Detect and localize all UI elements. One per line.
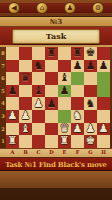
piece-wp-h2[interactable]: ♟ bbox=[99, 123, 109, 135]
file-label-g: G bbox=[84, 149, 97, 157]
square-f5[interactable] bbox=[71, 85, 84, 98]
piece-wb-b2[interactable]: ♝ bbox=[21, 123, 31, 135]
square-d7[interactable] bbox=[45, 60, 58, 73]
home-icon: ⌂ bbox=[40, 5, 44, 12]
square-c4[interactable]: ♟ bbox=[32, 97, 45, 110]
piece-bb-e6[interactable]: ♝ bbox=[60, 72, 70, 84]
task-banner-row: Task bbox=[0, 27, 112, 47]
piece-bp-e5[interactable]: ♟ bbox=[60, 85, 70, 97]
file-label-a: A bbox=[6, 149, 19, 157]
square-d8[interactable]: ♜ bbox=[45, 47, 58, 60]
trophy-icon: ♟ bbox=[67, 5, 73, 12]
task-number: №3 bbox=[0, 17, 112, 27]
piece-bb-c5[interactable]: ♝ bbox=[34, 85, 44, 97]
square-h4[interactable] bbox=[97, 97, 110, 110]
piece-bp-g7[interactable]: ♟ bbox=[86, 60, 96, 72]
file-label-c: C bbox=[32, 149, 45, 157]
square-h5[interactable] bbox=[97, 85, 110, 98]
square-a6[interactable] bbox=[6, 72, 19, 85]
square-g5[interactable] bbox=[84, 85, 97, 98]
square-b3[interactable]: ♟ bbox=[19, 110, 32, 123]
piece-br-f8[interactable]: ♜ bbox=[73, 47, 83, 59]
piece-wk-g1[interactable]: ♚ bbox=[86, 135, 96, 147]
chess-board-area: 87654321 ♜♜♚♞♟♟♟♛♝♟♝♟♟♟♞♟♟♞♝♛♟♟♟♜♜♚ bbox=[0, 47, 112, 148]
square-b4[interactable] bbox=[19, 97, 32, 110]
piece-bn-g4[interactable]: ♞ bbox=[86, 98, 96, 110]
piece-wp-b3[interactable]: ♟ bbox=[21, 110, 31, 122]
task-number-label: №3 bbox=[50, 17, 62, 26]
file-label-e: E bbox=[58, 149, 71, 157]
square-h1[interactable] bbox=[97, 135, 110, 148]
file-label-b: B bbox=[19, 149, 32, 157]
square-g1[interactable]: ♚ bbox=[84, 135, 97, 148]
square-h3[interactable] bbox=[97, 110, 110, 123]
status-bar: Task №1 Find Black's move bbox=[0, 158, 112, 171]
piece-wp-a3[interactable]: ♟ bbox=[8, 110, 18, 122]
square-c5[interactable]: ♝ bbox=[32, 85, 45, 98]
square-d4[interactable]: ♟ bbox=[45, 97, 58, 110]
square-d2[interactable] bbox=[45, 123, 58, 136]
square-f8[interactable]: ♜ bbox=[71, 47, 84, 60]
file-labels-row: ABCDEFGH bbox=[0, 148, 112, 158]
square-e1[interactable]: ♜ bbox=[58, 135, 71, 148]
square-e2[interactable]: ♛ bbox=[58, 123, 71, 136]
gear-icon: ⚙ bbox=[95, 5, 101, 12]
square-f3[interactable]: ♞ bbox=[71, 110, 84, 123]
square-a3[interactable]: ♟ bbox=[6, 110, 19, 123]
square-a5[interactable]: ♟ bbox=[6, 85, 19, 98]
square-e3[interactable] bbox=[58, 110, 71, 123]
square-h7[interactable]: ♟ bbox=[97, 60, 110, 73]
top-toolbar: ◀ ⌂ ♟ ⚙ bbox=[0, 0, 112, 17]
square-g8[interactable]: ♚ bbox=[84, 47, 97, 60]
square-h8[interactable] bbox=[97, 47, 110, 60]
piece-wp-f2[interactable]: ♟ bbox=[73, 123, 83, 135]
piece-bp-h7[interactable]: ♟ bbox=[99, 60, 109, 72]
square-c8[interactable] bbox=[32, 47, 45, 60]
piece-wr-a1[interactable]: ♜ bbox=[8, 135, 18, 147]
square-g4[interactable]: ♞ bbox=[84, 97, 97, 110]
square-e5[interactable]: ♟ bbox=[58, 85, 71, 98]
piece-wr-e1[interactable]: ♜ bbox=[60, 135, 70, 147]
square-d6[interactable] bbox=[45, 72, 58, 85]
task-banner-label: Task bbox=[46, 31, 66, 41]
back-icon: ◀ bbox=[11, 5, 16, 12]
file-labels: ABCDEFGH bbox=[6, 149, 110, 157]
back-button[interactable]: ◀ bbox=[8, 2, 20, 14]
file-label-d: D bbox=[45, 149, 58, 157]
square-g2[interactable]: ♟ bbox=[84, 123, 97, 136]
square-d3[interactable] bbox=[45, 110, 58, 123]
square-g3[interactable] bbox=[84, 110, 97, 123]
piece-bp-f7[interactable]: ♟ bbox=[73, 60, 83, 72]
square-f1[interactable] bbox=[71, 135, 84, 148]
square-b1[interactable] bbox=[19, 135, 32, 148]
square-a4[interactable] bbox=[6, 97, 19, 110]
square-c1[interactable] bbox=[32, 135, 45, 148]
square-f7[interactable]: ♟ bbox=[71, 60, 84, 73]
square-c6[interactable] bbox=[32, 72, 45, 85]
board-right-margin bbox=[110, 47, 112, 148]
square-a1[interactable]: ♜ bbox=[6, 135, 19, 148]
status-text: Task №1 Find Black's move bbox=[5, 160, 107, 169]
piece-bk-g8[interactable]: ♚ bbox=[86, 47, 96, 59]
home-button[interactable]: ⌂ bbox=[36, 2, 48, 14]
square-c7[interactable]: ♞ bbox=[32, 60, 45, 73]
footer-panel bbox=[0, 171, 112, 200]
square-h6[interactable] bbox=[97, 72, 110, 85]
square-c3[interactable] bbox=[32, 110, 45, 123]
square-e6[interactable]: ♝ bbox=[58, 72, 71, 85]
square-a8[interactable] bbox=[6, 47, 19, 60]
square-f6[interactable] bbox=[71, 72, 84, 85]
square-g7[interactable]: ♟ bbox=[84, 60, 97, 73]
square-b8[interactable] bbox=[19, 47, 32, 60]
square-b6[interactable]: ♛ bbox=[19, 72, 32, 85]
square-h2[interactable]: ♟ bbox=[97, 123, 110, 136]
piece-bn-c7[interactable]: ♞ bbox=[34, 60, 44, 72]
piece-wp-g2[interactable]: ♟ bbox=[86, 123, 96, 135]
file-label-f: F bbox=[71, 149, 84, 157]
square-d1[interactable] bbox=[45, 135, 58, 148]
square-b7[interactable] bbox=[19, 60, 32, 73]
square-f2[interactable]: ♟ bbox=[71, 123, 84, 136]
piece-bp-a5[interactable]: ♟ bbox=[8, 85, 18, 97]
chess-board[interactable]: ♜♜♚♞♟♟♟♛♝♟♝♟♟♟♞♟♟♞♝♛♟♟♟♜♜♚ bbox=[6, 47, 110, 148]
piece-wq-e2[interactable]: ♛ bbox=[60, 123, 70, 135]
piece-bq-b6[interactable]: ♛ bbox=[21, 72, 31, 84]
square-d5[interactable] bbox=[45, 85, 58, 98]
square-g6[interactable] bbox=[84, 72, 97, 85]
trophy-button[interactable]: ♟ bbox=[64, 2, 76, 14]
piece-br-d8[interactable]: ♜ bbox=[47, 47, 57, 59]
square-a7[interactable] bbox=[6, 60, 19, 73]
settings-button[interactable]: ⚙ bbox=[92, 2, 104, 14]
square-b5[interactable] bbox=[19, 85, 32, 98]
task-banner: Task bbox=[12, 29, 100, 44]
bottom-strip bbox=[0, 188, 112, 200]
file-label-h: H bbox=[97, 149, 110, 157]
square-e7[interactable] bbox=[58, 60, 71, 73]
square-f4[interactable] bbox=[71, 97, 84, 110]
piece-wn-f3[interactable]: ♞ bbox=[73, 110, 83, 122]
square-c2[interactable] bbox=[32, 123, 45, 136]
piece-bp-d4[interactable]: ♟ bbox=[47, 98, 57, 110]
square-e4[interactable] bbox=[58, 97, 71, 110]
piece-wp-c4[interactable]: ♟ bbox=[34, 98, 44, 110]
square-b2[interactable]: ♝ bbox=[19, 123, 32, 136]
square-a2[interactable] bbox=[6, 123, 19, 136]
square-e8[interactable] bbox=[58, 47, 71, 60]
